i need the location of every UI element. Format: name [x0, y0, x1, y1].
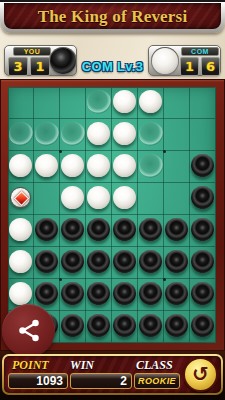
board-cell-r3c7[interactable] — [164, 151, 190, 183]
board-cell-r2c1[interactable] — [8, 119, 34, 151]
stone-black — [87, 250, 110, 273]
board-cell-r1c7[interactable] — [164, 87, 190, 119]
stone-black — [87, 218, 110, 241]
stone-black — [165, 250, 188, 273]
stone-ghost — [9, 122, 33, 146]
board-cell-r4c8[interactable] — [190, 183, 216, 215]
board-cell-r6c6[interactable] — [138, 247, 164, 279]
board-cell-r7c6[interactable] — [138, 279, 164, 311]
board-cell-r4c6[interactable] — [138, 183, 164, 215]
board-cell-r5c2[interactable] — [34, 215, 60, 247]
stone-black — [139, 250, 162, 273]
board-cell-r8c7[interactable] — [164, 311, 190, 343]
stone-white — [113, 122, 136, 145]
stone-black — [113, 314, 136, 337]
stone-white — [87, 186, 110, 209]
board-cell-r8c3[interactable] — [60, 311, 86, 343]
win-value: 2 — [70, 373, 132, 389]
board-cell-r4c4[interactable] — [86, 183, 112, 215]
reversi-board — [8, 87, 216, 343]
point-value: 1093 — [8, 373, 68, 389]
board-cell-r8c5[interactable] — [112, 311, 138, 343]
stone-white — [9, 154, 32, 177]
stone-black — [191, 282, 214, 305]
share-icon — [16, 317, 42, 344]
stone-black — [35, 218, 58, 241]
title-bar: The King of Reversi — [0, 0, 225, 33]
stone-black — [191, 186, 214, 209]
board-cell-r4c5[interactable] — [112, 183, 138, 215]
board-cell-r3c5[interactable] — [112, 151, 138, 183]
stone-black — [191, 314, 214, 337]
point-label: POINT — [12, 358, 49, 373]
board-cell-r6c1[interactable] — [8, 247, 34, 279]
status-panel-inner: POINT WIN CLASS 1093 2 ROOKIE ↺ — [4, 356, 221, 393]
board-cell-r5c7[interactable] — [164, 215, 190, 247]
win-label: WIN — [70, 358, 94, 373]
stone-white — [139, 90, 162, 113]
stone-black — [113, 218, 136, 241]
board-cell-r1c2[interactable] — [34, 87, 60, 119]
stone-black — [35, 250, 58, 273]
stone-black — [139, 282, 162, 305]
com-stone-slot — [151, 47, 179, 75]
stone-black — [61, 282, 84, 305]
board-cell-r5c8[interactable] — [190, 215, 216, 247]
com-score-widget: COM 1 6 — [148, 45, 221, 76]
board-cell-r6c4[interactable] — [86, 247, 112, 279]
board-cell-r6c8[interactable] — [190, 247, 216, 279]
board-cell-r2c6[interactable] — [138, 119, 164, 151]
stone-white — [113, 154, 136, 177]
board-cell-r4c1[interactable] — [8, 183, 34, 215]
stone-white — [9, 250, 32, 273]
stone-white — [87, 154, 110, 177]
stone-white — [113, 90, 136, 113]
stone-white — [113, 186, 136, 209]
share-button[interactable] — [2, 304, 55, 357]
board-cell-r3c3[interactable] — [60, 151, 86, 183]
board-cell-r8c4[interactable] — [86, 311, 112, 343]
stone-white — [35, 154, 58, 177]
red-diamond-gem-icon — [14, 191, 30, 207]
stone-white — [61, 154, 84, 177]
stone-white — [9, 282, 32, 305]
class-value: ROOKIE — [134, 373, 180, 389]
stone-ghost — [139, 122, 163, 146]
board-cell-r2c5[interactable] — [112, 119, 138, 151]
stone-ghost — [35, 122, 59, 146]
board-cell-r3c6[interactable] — [138, 151, 164, 183]
board-cell-r5c6[interactable] — [138, 215, 164, 247]
board-cell-r7c7[interactable] — [164, 279, 190, 311]
stone-black — [139, 314, 162, 337]
board-cell-r4c7[interactable] — [164, 183, 190, 215]
board-cell-r8c8[interactable] — [190, 311, 216, 343]
stone-white-last-move — [10, 187, 31, 208]
board-cell-r4c2[interactable] — [34, 183, 60, 215]
board-cell-r5c5[interactable] — [112, 215, 138, 247]
stone-black — [61, 314, 84, 337]
board-cell-r2c4[interactable] — [86, 119, 112, 151]
board-cell-r3c8[interactable] — [190, 151, 216, 183]
stone-black — [139, 218, 162, 241]
stone-black — [191, 154, 214, 177]
undo-button[interactable]: ↺ — [183, 357, 218, 392]
stone-black — [191, 218, 214, 241]
stone-black — [165, 282, 188, 305]
stone-white — [9, 218, 32, 241]
white-stone-icon — [152, 48, 178, 74]
board-cell-r6c3[interactable] — [60, 247, 86, 279]
stone-black — [191, 250, 214, 273]
stone-black — [61, 250, 84, 273]
board-cell-r7c3[interactable] — [60, 279, 86, 311]
board-cell-r3c2[interactable] — [34, 151, 60, 183]
stone-black — [35, 282, 58, 305]
board-cell-r6c7[interactable] — [164, 247, 190, 279]
board-cell-r1c5[interactable] — [112, 87, 138, 119]
board-cell-r2c2[interactable] — [34, 119, 60, 151]
board-cell-r8c6[interactable] — [138, 311, 164, 343]
status-panel: POINT WIN CLASS 1093 2 ROOKIE ↺ — [2, 354, 223, 395]
board-cell-r3c4[interactable] — [86, 151, 112, 183]
board-cell-r5c1[interactable] — [8, 215, 34, 247]
board-cell-r2c3[interactable] — [60, 119, 86, 151]
title-panel: The King of Reversi — [4, 3, 221, 29]
board-cell-r4c3[interactable] — [60, 183, 86, 215]
board-cell-r3c1[interactable] — [8, 151, 34, 183]
board-cell-r7c8[interactable] — [190, 279, 216, 311]
board-cell-r1c3[interactable] — [60, 87, 86, 119]
board-cell-r1c4[interactable] — [86, 87, 112, 119]
stone-ghost — [87, 90, 111, 114]
stone-black — [165, 314, 188, 337]
stone-black — [87, 314, 110, 337]
com-label: COM — [181, 47, 219, 56]
game-screen: The King of Reversi YOU 3 1 COM Lv.3 COM… — [0, 0, 225, 400]
undo-arrow-icon: ↺ — [185, 362, 216, 386]
com-score-digit-tens: 1 — [180, 57, 199, 76]
board-cell-r1c8[interactable] — [190, 87, 216, 119]
stone-black — [165, 218, 188, 241]
stone-black — [113, 250, 136, 273]
class-label: CLASS — [136, 358, 173, 373]
board-cell-r5c3[interactable] — [60, 215, 86, 247]
stone-black — [113, 282, 136, 305]
stone-ghost — [61, 122, 85, 146]
board-cell-r2c8[interactable] — [190, 119, 216, 151]
com-score-digit-ones: 6 — [201, 57, 220, 76]
board-cell-r7c4[interactable] — [86, 279, 112, 311]
you-label: YOU — [13, 47, 51, 56]
stone-white — [87, 122, 110, 145]
board-cell-r2c7[interactable] — [164, 119, 190, 151]
stone-black — [61, 218, 84, 241]
board-cell-r6c2[interactable] — [34, 247, 60, 279]
stone-white — [61, 186, 84, 209]
board-cell-r5c4[interactable] — [86, 215, 112, 247]
stone-black — [87, 282, 110, 305]
page-title: The King of Reversi — [4, 7, 221, 27]
board-cell-r6c5[interactable] — [112, 247, 138, 279]
stone-ghost — [139, 154, 163, 178]
board-cell-r7c5[interactable] — [112, 279, 138, 311]
board-cell-r1c1[interactable] — [8, 87, 34, 119]
board-cell-r1c6[interactable] — [138, 87, 164, 119]
